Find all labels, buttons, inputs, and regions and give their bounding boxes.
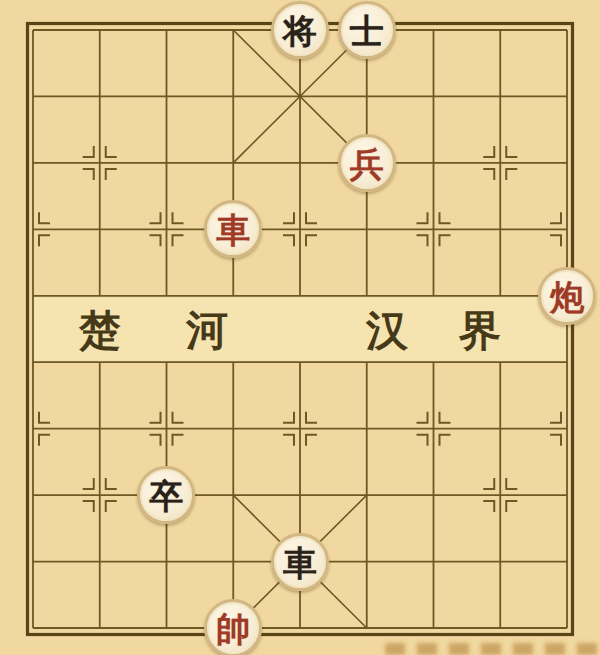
piece-black-general[interactable]: 将 — [271, 1, 329, 59]
piece-glyph: 車 — [283, 546, 317, 580]
piece-black-advisor[interactable]: 士 — [338, 1, 396, 59]
piece-red-chariot[interactable]: 車 — [204, 200, 262, 258]
piece-glyph: 車 — [216, 213, 250, 247]
piece-glyph: 士 — [350, 14, 384, 48]
piece-red-cannon[interactable]: 炮 — [538, 267, 596, 325]
piece-black-soldier[interactable]: 卒 — [137, 466, 195, 524]
xiangqi-app-screen: 将士兵車炮卒車帥 楚河汉界 — [0, 0, 600, 655]
river-char-2: 汉 — [366, 303, 408, 359]
piece-black-chariot[interactable]: 車 — [271, 533, 329, 591]
piece-red-general[interactable]: 帥 — [204, 599, 262, 655]
piece-glyph: 炮 — [550, 280, 584, 314]
piece-glyph: 帥 — [216, 612, 250, 646]
piece-red-soldier[interactable]: 兵 — [338, 134, 396, 192]
river-char-3: 界 — [459, 303, 501, 359]
watermark — [385, 643, 600, 655]
piece-glyph: 卒 — [149, 479, 183, 513]
piece-glyph: 兵 — [350, 147, 384, 181]
piece-glyph: 将 — [283, 14, 317, 48]
river-char-1: 河 — [186, 303, 228, 359]
river-char-0: 楚 — [79, 303, 121, 359]
